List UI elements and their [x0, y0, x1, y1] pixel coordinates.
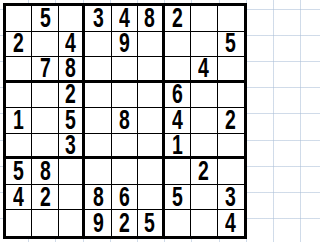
cell-r1c4[interactable]: 3 [85, 6, 111, 32]
given-digit: 5 [172, 185, 183, 211]
given-digit: 4 [172, 108, 183, 134]
cell-r3c7[interactable] [165, 57, 191, 83]
cell-r7c3[interactable] [59, 159, 85, 185]
given-digit: 8 [93, 185, 104, 211]
cell-r8c7[interactable]: 5 [165, 185, 191, 211]
cell-r7c6[interactable] [138, 159, 164, 185]
cell-r9c9[interactable]: 4 [218, 210, 244, 236]
cell-r7c5[interactable] [112, 159, 138, 185]
given-digit: 1 [172, 134, 183, 159]
cell-r6c8[interactable] [191, 134, 217, 160]
cell-r5c8[interactable] [191, 108, 217, 134]
cell-r7c1[interactable]: 5 [6, 159, 32, 185]
cell-r4c3[interactable]: 2 [59, 83, 85, 109]
cell-r4c5[interactable] [112, 83, 138, 109]
cell-r2c9[interactable]: 5 [218, 32, 244, 58]
cell-r6c6[interactable] [138, 134, 164, 160]
given-digit: 5 [13, 159, 24, 185]
cell-r4c1[interactable] [6, 83, 32, 109]
given-digit: 8 [40, 159, 51, 185]
given-digit: 2 [172, 6, 183, 32]
given-digit: 4 [119, 6, 130, 32]
given-digit: 2 [198, 159, 209, 185]
cell-r1c1[interactable] [6, 6, 32, 32]
cell-r7c4[interactable] [85, 159, 111, 185]
cell-r3c9[interactable] [218, 57, 244, 83]
cell-r4c8[interactable] [191, 83, 217, 109]
cell-r8c5[interactable]: 6 [112, 185, 138, 211]
cell-r1c6[interactable]: 8 [138, 6, 164, 32]
cell-r6c4[interactable] [85, 134, 111, 160]
cell-r6c5[interactable] [112, 134, 138, 160]
cell-r4c2[interactable] [32, 83, 58, 109]
sudoku-board: 5348224957842615842315824286539254 [3, 3, 247, 239]
cell-r8c4[interactable]: 8 [85, 185, 111, 211]
cell-r5c4[interactable] [85, 108, 111, 134]
given-digit: 5 [65, 108, 76, 134]
cell-r9c2[interactable] [32, 210, 58, 236]
given-digit: 4 [225, 210, 236, 236]
cell-r8c3[interactable] [59, 185, 85, 211]
cell-r3c6[interactable] [138, 57, 164, 83]
cell-r8c8[interactable] [191, 185, 217, 211]
given-digit: 7 [40, 57, 51, 82]
cell-r9c3[interactable] [59, 210, 85, 236]
given-digit: 3 [93, 6, 104, 32]
cell-r8c6[interactable] [138, 185, 164, 211]
given-digit: 5 [145, 210, 156, 236]
cell-r6c9[interactable] [218, 134, 244, 160]
given-digit: 4 [198, 57, 209, 82]
cell-r5c9[interactable]: 2 [218, 108, 244, 134]
given-digit: 8 [65, 57, 76, 82]
cell-r7c2[interactable]: 8 [32, 159, 58, 185]
cell-r2c5[interactable]: 9 [112, 32, 138, 58]
cell-r7c8[interactable]: 2 [191, 159, 217, 185]
cell-r2c1[interactable]: 2 [6, 32, 32, 58]
given-digit: 2 [65, 83, 76, 109]
cell-r9c8[interactable] [191, 210, 217, 236]
given-digit: 4 [65, 32, 76, 58]
cell-r8c2[interactable]: 2 [32, 185, 58, 211]
cell-r9c4[interactable]: 9 [85, 210, 111, 236]
given-digit: 2 [40, 185, 51, 211]
cell-r7c9[interactable] [218, 159, 244, 185]
cell-r1c8[interactable] [191, 6, 217, 32]
cell-r3c3[interactable]: 8 [59, 57, 85, 83]
cell-r5c2[interactable] [32, 108, 58, 134]
given-digit: 9 [119, 32, 130, 58]
cell-r1c2[interactable]: 5 [32, 6, 58, 32]
cell-r6c2[interactable] [32, 134, 58, 160]
given-digit: 4 [13, 185, 24, 211]
cell-r3c2[interactable]: 7 [32, 57, 58, 83]
cell-r5c5[interactable]: 8 [112, 108, 138, 134]
given-digit: 3 [65, 134, 76, 159]
cell-r3c1[interactable] [6, 57, 32, 83]
cell-r2c4[interactable] [85, 32, 111, 58]
given-digit: 2 [225, 108, 236, 134]
cell-r6c7[interactable]: 1 [165, 134, 191, 160]
cell-r1c7[interactable]: 2 [165, 6, 191, 32]
cell-r1c9[interactable] [218, 6, 244, 32]
cell-r3c8[interactable]: 4 [191, 57, 217, 83]
given-digit: 9 [93, 210, 104, 236]
cell-r6c3[interactable]: 3 [59, 134, 85, 160]
cell-r5c6[interactable] [138, 108, 164, 134]
cell-r2c6[interactable] [138, 32, 164, 58]
given-digit: 1 [13, 108, 24, 134]
cell-r5c7[interactable]: 4 [165, 108, 191, 134]
cell-r4c9[interactable] [218, 83, 244, 109]
given-digit: 2 [119, 210, 130, 236]
cell-r1c5[interactable]: 4 [112, 6, 138, 32]
cell-r8c9[interactable]: 3 [218, 185, 244, 211]
cell-r1c3[interactable] [59, 6, 85, 32]
given-digit: 5 [225, 32, 236, 58]
given-digit: 3 [225, 185, 236, 211]
cell-r2c7[interactable] [165, 32, 191, 58]
given-digit: 8 [145, 6, 156, 32]
given-digit: 8 [119, 108, 130, 134]
cell-r4c7[interactable]: 6 [165, 83, 191, 109]
cell-r9c1[interactable] [6, 210, 32, 236]
given-digit: 2 [13, 32, 24, 58]
cell-r2c2[interactable] [32, 32, 58, 58]
cell-r5c1[interactable]: 1 [6, 108, 32, 134]
cell-r9c6[interactable]: 5 [138, 210, 164, 236]
cell-r2c3[interactable]: 4 [59, 32, 85, 58]
cell-r4c6[interactable] [138, 83, 164, 109]
cell-r3c5[interactable] [112, 57, 138, 83]
cell-r4c4[interactable] [85, 83, 111, 109]
cell-r5c3[interactable]: 5 [59, 108, 85, 134]
cell-r9c7[interactable] [165, 210, 191, 236]
given-digit: 5 [40, 6, 51, 32]
cell-r8c1[interactable]: 4 [6, 185, 32, 211]
given-digit: 6 [119, 185, 130, 211]
cell-r3c4[interactable] [85, 57, 111, 83]
cell-r6c1[interactable] [6, 134, 32, 160]
cell-r7c7[interactable] [165, 159, 191, 185]
cell-r9c5[interactable]: 2 [112, 210, 138, 236]
given-digit: 6 [172, 83, 183, 109]
cell-r2c8[interactable] [191, 32, 217, 58]
